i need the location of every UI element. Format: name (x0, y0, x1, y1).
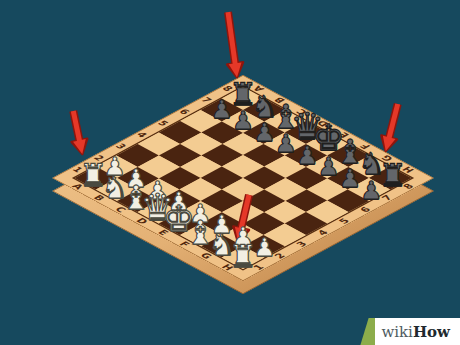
watermark: wikiHow (360, 318, 460, 345)
piece-black-pawn-b7: ♟ (232, 108, 254, 133)
piece-black-pawn-c7: ♟ (253, 120, 275, 145)
arrow-h8 (381, 104, 397, 151)
piece-black-pawn-g7: ♟ (339, 166, 361, 191)
watermark-triangle (360, 318, 375, 345)
watermark-wiki: wiki (381, 323, 413, 341)
arrow-a1 (72, 111, 88, 154)
piece-black-pawn-e7: ♟ (296, 143, 318, 168)
scene: AA88BB77CC66DD55EE44FF33GG22HH11 ♜♞♝♛♚♝♞… (0, 0, 460, 345)
watermark-box: wikiHow (375, 318, 460, 345)
watermark-how: How (413, 323, 450, 341)
piece-black-pawn-h7: ♟ (360, 178, 382, 203)
arrow-a8 (227, 12, 243, 77)
piece-white-rook-h1: ♜ (229, 241, 257, 272)
piece-black-pawn-f7: ♟ (317, 154, 339, 179)
piece-black-rook-h8: ♜ (379, 160, 407, 191)
piece-black-pawn-a7: ♟ (210, 97, 232, 122)
piece-black-pawn-d7: ♟ (275, 131, 297, 156)
